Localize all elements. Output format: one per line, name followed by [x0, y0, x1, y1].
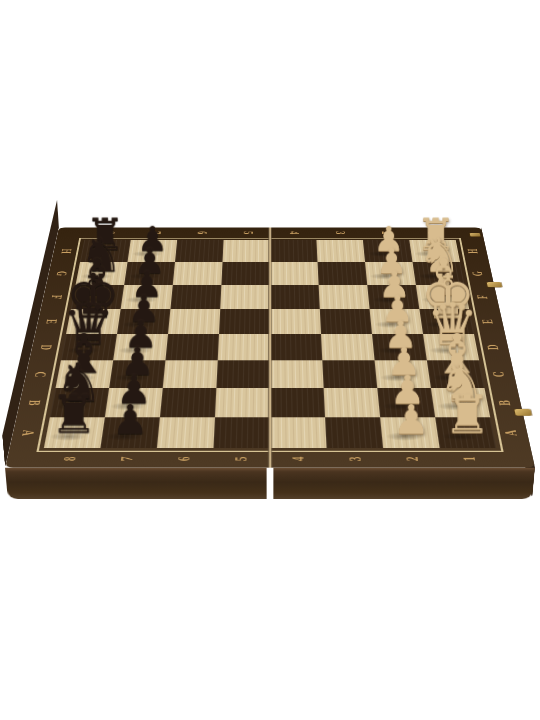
- square-g4[interactable]: [270, 262, 319, 285]
- square-d5[interactable]: [218, 334, 270, 360]
- square-f5[interactable]: [220, 285, 270, 309]
- piece-shadow: [411, 272, 456, 281]
- square-h3[interactable]: [316, 240, 365, 262]
- rank-label-far-7: 7: [144, 228, 165, 237]
- rank-label-near-4: 4: [286, 452, 311, 466]
- piece-white-rook-a1[interactable]: ♜: [423, 387, 511, 440]
- square-e4[interactable]: [270, 309, 321, 334]
- square-f6[interactable]: [170, 285, 221, 309]
- square-f4[interactable]: [270, 285, 320, 309]
- square-h4[interactable]: [270, 240, 318, 262]
- rank-label-near-1: 1: [456, 452, 483, 466]
- square-h6[interactable]: [175, 240, 224, 262]
- rank-label-far-3: 3: [329, 228, 350, 237]
- piece-shadow: [73, 272, 118, 281]
- piece-shadow: [363, 272, 408, 281]
- rank-label-near-7: 7: [114, 452, 140, 466]
- square-d4[interactable]: [270, 334, 322, 360]
- piece-shadow: [125, 249, 169, 258]
- square-h5[interactable]: [222, 240, 270, 262]
- file-label-left-H: H: [54, 246, 76, 255]
- square-c5[interactable]: [216, 360, 270, 388]
- file-label-left-G: G: [49, 268, 72, 278]
- square-a4[interactable]: [270, 417, 327, 448]
- product-photo: 8877665544332211HHGGFFEEDDCCBBAA ♜♟♟♜♞♟♟…: [0, 0, 540, 720]
- square-e5[interactable]: [219, 309, 270, 334]
- piece-shadow: [121, 272, 166, 281]
- rank-label-near-6: 6: [172, 452, 198, 466]
- fold-seam: [268, 227, 273, 467]
- square-g5[interactable]: [221, 262, 270, 285]
- square-b4[interactable]: [270, 388, 325, 417]
- square-a5[interactable]: [213, 417, 270, 448]
- fold-seam-gap: [267, 468, 274, 499]
- rank-label-near-5: 5: [229, 452, 254, 466]
- file-label-right-H: H: [462, 246, 484, 255]
- rank-label-far-8: 8: [98, 228, 119, 237]
- brass-latch: [487, 282, 502, 287]
- rank-label-far-5: 5: [237, 228, 257, 237]
- square-g6[interactable]: [173, 262, 223, 285]
- piece-black-pawn-a7[interactable]: ♟: [85, 399, 173, 440]
- rank-label-near-3: 3: [343, 452, 369, 466]
- rank-label-far-2: 2: [375, 228, 396, 237]
- square-g3[interactable]: [318, 262, 368, 285]
- file-label-right-G: G: [467, 268, 490, 278]
- rank-label-far-1: 1: [421, 228, 442, 237]
- rank-label-far-6: 6: [191, 228, 212, 237]
- square-c4[interactable]: [270, 360, 324, 388]
- square-b5[interactable]: [215, 388, 270, 417]
- scene: 8877665544332211HHGGFFEEDDCCBBAA ♜♟♟♜♞♟♟…: [0, 0, 540, 720]
- rank-label-far-4: 4: [283, 228, 303, 237]
- rank-label-near-8: 8: [57, 452, 84, 466]
- rank-label-near-2: 2: [400, 452, 426, 466]
- square-f3[interactable]: [319, 285, 370, 309]
- board-front-face: [5, 468, 535, 499]
- piece-shadow: [407, 249, 451, 258]
- brass-hinge: [470, 233, 481, 236]
- chess-board: 8877665544332211HHGGFFEEDDCCBBAA ♜♟♟♜♞♟♟…: [5, 227, 535, 467]
- piece-shadow: [365, 295, 411, 304]
- piece-shadow: [361, 249, 404, 258]
- piece-shadow: [78, 249, 122, 258]
